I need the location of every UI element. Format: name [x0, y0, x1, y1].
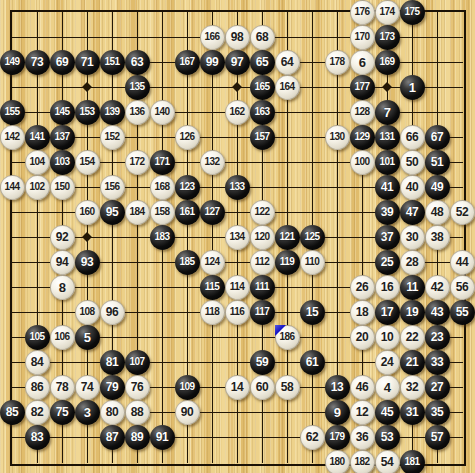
stone-white-108[interactable]: 108 [75, 300, 100, 325]
stone-white-140[interactable]: 140 [150, 100, 175, 125]
stone-black-181[interactable]: 181 [400, 450, 425, 473]
move-number-label: 180 [329, 457, 344, 467]
stone-white-66[interactable]: 66 [400, 125, 425, 150]
stone-white-184[interactable]: 184 [125, 200, 150, 225]
stone-white-142[interactable]: 142 [0, 125, 25, 150]
move-number-label: 62 [306, 431, 318, 443]
stone-white-58[interactable]: 58 [275, 375, 300, 400]
stone-white-144[interactable]: 144 [0, 175, 25, 200]
stone-white-118[interactable]: 118 [200, 300, 225, 325]
stone-black-95[interactable]: 95 [100, 200, 125, 225]
stone-white-128[interactable]: 128 [350, 100, 375, 125]
stone-white-38[interactable]: 38 [425, 225, 450, 250]
stone-white-16[interactable]: 16 [375, 275, 400, 300]
move-number-label: 119 [280, 257, 295, 267]
stone-white-154[interactable]: 154 [75, 150, 100, 175]
move-number-label: 33 [431, 356, 443, 368]
move-number-label: 131 [379, 132, 394, 142]
stone-black-163[interactable]: 163 [250, 100, 275, 125]
move-number-label: 47 [406, 206, 418, 218]
stone-black-57[interactable]: 57 [425, 425, 450, 450]
stone-white-14[interactable]: 14 [225, 375, 250, 400]
move-number-label: 54 [381, 456, 393, 468]
move-number-label: 149 [4, 57, 19, 67]
stone-black-39[interactable]: 39 [375, 200, 400, 225]
move-number-label: 108 [79, 307, 94, 317]
stone-black-97[interactable]: 97 [225, 50, 250, 75]
stone-white-114[interactable]: 114 [225, 275, 250, 300]
stone-white-172[interactable]: 172 [125, 150, 150, 175]
move-number-label: 140 [154, 107, 169, 117]
stone-white-186[interactable]: 186 [275, 325, 300, 350]
stone-black-13[interactable]: 13 [325, 375, 350, 400]
stone-white-50[interactable]: 50 [400, 150, 425, 175]
move-number-label: 121 [279, 232, 294, 242]
move-number-label: 96 [106, 306, 118, 318]
stone-white-4[interactable]: 4 [375, 375, 400, 400]
stone-black-109[interactable]: 109 [175, 375, 200, 400]
stone-white-178[interactable]: 178 [325, 50, 350, 75]
stone-black-125[interactable]: 125 [300, 225, 325, 250]
stone-black-133[interactable]: 133 [225, 175, 250, 200]
stone-black-75[interactable]: 75 [50, 400, 75, 425]
stone-white-54[interactable]: 54 [375, 450, 400, 473]
stone-white-32[interactable]: 32 [400, 375, 425, 400]
move-number-label: 51 [431, 156, 443, 168]
stone-black-63[interactable]: 63 [125, 50, 150, 75]
move-number-label: 116 [230, 307, 245, 317]
stone-black-175[interactable]: 175 [400, 0, 425, 25]
stone-black-145[interactable]: 145 [50, 100, 75, 125]
stone-black-65[interactable]: 65 [250, 50, 275, 75]
stone-white-68[interactable]: 68 [250, 25, 275, 50]
stone-black-91[interactable]: 91 [150, 425, 175, 450]
stone-black-23[interactable]: 23 [425, 325, 450, 350]
move-number-label: 63 [131, 56, 143, 68]
stone-white-46[interactable]: 46 [350, 375, 375, 400]
move-number-label: 118 [205, 307, 220, 317]
stone-black-161[interactable]: 161 [175, 200, 200, 225]
move-number-label: 127 [204, 207, 219, 217]
move-number-label: 66 [406, 131, 418, 143]
stone-white-80[interactable]: 80 [100, 400, 125, 425]
stone-black-169[interactable]: 169 [375, 50, 400, 75]
stone-black-79[interactable]: 79 [100, 375, 125, 400]
stone-white-78[interactable]: 78 [50, 375, 75, 400]
stone-white-60[interactable]: 60 [250, 375, 275, 400]
stone-black-123[interactable]: 123 [175, 175, 200, 200]
move-number-label: 45 [381, 406, 393, 418]
stone-white-6[interactable]: 6 [350, 50, 375, 75]
stone-white-168[interactable]: 168 [150, 175, 175, 200]
stone-black-43[interactable]: 43 [425, 300, 450, 325]
stone-black-59[interactable]: 59 [250, 350, 275, 375]
stone-black-73[interactable]: 73 [25, 50, 50, 75]
move-number-label: 109 [179, 382, 194, 392]
stone-black-135[interactable]: 135 [125, 75, 150, 100]
stone-white-130[interactable]: 130 [325, 125, 350, 150]
stone-white-156[interactable]: 156 [100, 175, 125, 200]
stone-white-48[interactable]: 48 [425, 200, 450, 225]
move-number-label: 183 [154, 232, 169, 242]
move-number-label: 55 [456, 306, 468, 318]
move-number-label: 19 [406, 306, 418, 318]
move-number-label: 177 [354, 82, 369, 92]
move-number-label: 56 [456, 281, 468, 293]
move-number-label: 120 [254, 232, 269, 242]
stone-black-139[interactable]: 139 [100, 100, 125, 125]
stone-black-103[interactable]: 103 [50, 150, 75, 175]
move-number-label: 23 [431, 331, 443, 343]
move-number-label: 126 [179, 132, 194, 142]
stone-white-52[interactable]: 52 [450, 200, 475, 225]
move-number-label: 139 [104, 107, 119, 117]
move-number-label: 65 [256, 56, 268, 68]
move-number-label: 163 [254, 107, 269, 117]
stone-black-129[interactable]: 129 [350, 125, 375, 150]
stone-black-85[interactable]: 85 [0, 400, 25, 425]
stone-black-25[interactable]: 25 [375, 250, 400, 275]
move-number-label: 86 [31, 381, 43, 393]
stone-white-40[interactable]: 40 [400, 175, 425, 200]
move-number-label: 145 [54, 107, 69, 117]
stone-black-33[interactable]: 33 [425, 350, 450, 375]
move-number-label: 17 [381, 306, 393, 318]
move-number-label: 181 [404, 457, 419, 467]
stone-white-24[interactable]: 24 [375, 350, 400, 375]
stone-white-94[interactable]: 94 [50, 250, 75, 275]
move-number-label: 103 [54, 157, 69, 167]
move-number-label: 114 [230, 282, 245, 292]
move-number-label: 11 [406, 281, 418, 293]
move-number-label: 84 [31, 356, 43, 368]
stone-black-141[interactable]: 141 [25, 125, 50, 150]
move-number-label: 102 [29, 182, 44, 192]
stone-black-105[interactable]: 105 [25, 325, 50, 350]
move-number-label: 129 [354, 132, 369, 142]
stone-white-30[interactable]: 30 [400, 225, 425, 250]
stone-white-84[interactable]: 84 [25, 350, 50, 375]
move-number-label: 136 [129, 107, 144, 117]
move-number-label: 154 [79, 157, 94, 167]
move-number-label: 9 [334, 406, 341, 419]
stone-black-21[interactable]: 21 [400, 350, 425, 375]
move-number-label: 37 [381, 231, 393, 243]
stone-black-131[interactable]: 131 [375, 125, 400, 150]
stone-white-166[interactable]: 166 [200, 25, 225, 50]
move-number-label: 137 [54, 132, 69, 142]
stone-black-127[interactable]: 127 [200, 200, 225, 225]
stone-white-44[interactable]: 44 [450, 250, 475, 275]
stone-white-62[interactable]: 62 [300, 425, 325, 450]
move-number-label: 130 [329, 132, 344, 142]
move-number-label: 166 [204, 32, 219, 42]
move-number-label: 87 [106, 431, 118, 443]
stone-black-45[interactable]: 45 [375, 400, 400, 425]
move-number-label: 101 [379, 157, 394, 167]
move-number-label: 15 [306, 306, 318, 318]
move-number-label: 74 [81, 381, 93, 393]
stone-white-150[interactable]: 150 [50, 175, 75, 200]
move-number-label: 64 [281, 56, 293, 68]
move-number-label: 156 [104, 182, 119, 192]
move-number-label: 174 [379, 7, 394, 17]
move-number-label: 67 [431, 131, 443, 143]
stone-black-157[interactable]: 157 [250, 125, 275, 150]
stone-white-42[interactable]: 42 [425, 275, 450, 300]
stone-white-132[interactable]: 132 [200, 150, 225, 175]
stone-black-27[interactable]: 27 [425, 375, 450, 400]
move-number-label: 158 [154, 207, 169, 217]
move-number-label: 179 [329, 432, 344, 442]
move-number-label: 20 [356, 331, 368, 343]
stone-black-151[interactable]: 151 [100, 50, 125, 75]
move-number-label: 97 [231, 56, 243, 68]
stone-white-8[interactable]: 8 [50, 275, 75, 300]
stone-black-31[interactable]: 31 [400, 400, 425, 425]
move-number-label: 7 [384, 106, 391, 119]
stone-white-96[interactable]: 96 [100, 300, 125, 325]
move-number-label: 42 [431, 281, 443, 293]
stone-black-67[interactable]: 67 [425, 125, 450, 150]
stone-white-74[interactable]: 74 [75, 375, 100, 400]
stone-white-124[interactable]: 124 [200, 250, 225, 275]
move-number-label: 83 [31, 431, 43, 443]
stone-black-117[interactable]: 117 [250, 300, 275, 325]
move-number-label: 106 [54, 332, 69, 342]
move-number-label: 173 [379, 32, 394, 42]
move-number-label: 4 [384, 381, 391, 394]
stone-black-171[interactable]: 171 [150, 150, 175, 175]
move-number-label: 104 [29, 157, 44, 167]
stone-white-64[interactable]: 64 [275, 50, 300, 75]
stone-white-100[interactable]: 100 [350, 150, 375, 175]
stone-white-176[interactable]: 176 [350, 0, 375, 25]
move-number-label: 10 [381, 331, 393, 343]
move-number-label: 168 [154, 182, 169, 192]
move-number-label: 100 [354, 157, 369, 167]
move-number-label: 112 [255, 257, 270, 267]
stone-black-37[interactable]: 37 [375, 225, 400, 250]
stone-black-83[interactable]: 83 [25, 425, 50, 450]
stone-white-174[interactable]: 174 [375, 0, 400, 25]
stone-black-111[interactable]: 111 [250, 275, 275, 300]
stone-black-115[interactable]: 115 [200, 275, 225, 300]
stone-white-110[interactable]: 110 [300, 250, 325, 275]
move-number-label: 25 [381, 256, 393, 268]
move-number-label: 5 [84, 331, 91, 344]
move-number-label: 39 [381, 206, 393, 218]
stone-black-121[interactable]: 121 [275, 225, 300, 250]
stone-black-173[interactable]: 173 [375, 25, 400, 50]
stone-white-162[interactable]: 162 [225, 100, 250, 125]
stone-black-99[interactable]: 99 [200, 50, 225, 75]
move-number-label: 50 [406, 156, 418, 168]
stone-black-71[interactable]: 71 [75, 50, 100, 75]
stone-white-28[interactable]: 28 [400, 250, 425, 275]
move-number-label: 41 [381, 181, 393, 193]
stone-black-69[interactable]: 69 [50, 50, 75, 75]
move-number-label: 30 [406, 231, 418, 243]
stone-black-87[interactable]: 87 [100, 425, 125, 450]
move-number-label: 95 [106, 206, 118, 218]
move-number-label: 80 [106, 406, 118, 418]
stone-black-41[interactable]: 41 [375, 175, 400, 200]
stone-white-36[interactable]: 36 [350, 425, 375, 450]
move-number-label: 172 [129, 157, 144, 167]
move-number-label: 167 [179, 57, 194, 67]
move-number-label: 58 [281, 381, 293, 393]
stone-black-53[interactable]: 53 [375, 425, 400, 450]
stone-black-153[interactable]: 153 [75, 100, 100, 125]
stone-white-126[interactable]: 126 [175, 125, 200, 150]
stone-black-55[interactable]: 55 [450, 300, 475, 325]
stone-white-90[interactable]: 90 [175, 400, 200, 425]
stone-black-1[interactable]: 1 [400, 75, 425, 100]
move-number-label: 35 [431, 406, 443, 418]
stone-white-120[interactable]: 120 [250, 225, 275, 250]
move-number-label: 73 [31, 56, 43, 68]
stone-black-61[interactable]: 61 [300, 350, 325, 375]
stone-white-20[interactable]: 20 [350, 325, 375, 350]
move-number-label: 107 [129, 357, 144, 367]
stone-white-136[interactable]: 136 [125, 100, 150, 125]
move-number-label: 22 [406, 331, 418, 343]
stone-black-185[interactable]: 185 [175, 250, 200, 275]
stone-white-82[interactable]: 82 [25, 400, 50, 425]
move-number-label: 36 [356, 431, 368, 443]
move-number-label: 61 [306, 356, 318, 368]
move-number-label: 117 [255, 307, 270, 317]
stone-white-18[interactable]: 18 [350, 300, 375, 325]
move-number-label: 60 [256, 381, 268, 393]
move-number-label: 89 [131, 431, 143, 443]
stone-white-180[interactable]: 180 [325, 450, 350, 473]
stone-white-106[interactable]: 106 [50, 325, 75, 350]
stone-white-86[interactable]: 86 [25, 375, 50, 400]
move-number-label: 176 [354, 7, 369, 17]
stone-black-93[interactable]: 93 [75, 250, 100, 275]
stone-white-182[interactable]: 182 [350, 450, 375, 473]
stone-black-177[interactable]: 177 [350, 75, 375, 100]
stone-black-149[interactable]: 149 [0, 50, 25, 75]
stone-black-81[interactable]: 81 [100, 350, 125, 375]
move-number-label: 16 [381, 281, 393, 293]
move-number-label: 170 [354, 32, 369, 42]
move-number-label: 32 [406, 381, 418, 393]
move-number-label: 184 [129, 207, 144, 217]
move-number-label: 125 [304, 232, 319, 242]
stone-white-98[interactable]: 98 [225, 25, 250, 50]
stone-black-101[interactable]: 101 [375, 150, 400, 175]
move-number-label: 92 [56, 231, 68, 243]
stone-black-35[interactable]: 35 [425, 400, 450, 425]
stone-white-88[interactable]: 88 [125, 400, 150, 425]
stone-white-104[interactable]: 104 [25, 150, 50, 175]
move-number-label: 155 [4, 107, 19, 117]
move-number-label: 135 [129, 82, 144, 92]
stone-white-122[interactable]: 122 [250, 200, 275, 225]
stone-white-170[interactable]: 170 [350, 25, 375, 50]
stone-black-17[interactable]: 17 [375, 300, 400, 325]
stone-black-155[interactable]: 155 [0, 100, 25, 125]
stone-black-179[interactable]: 179 [325, 425, 350, 450]
stone-white-160[interactable]: 160 [75, 200, 100, 225]
stone-white-102[interactable]: 102 [25, 175, 50, 200]
stone-white-56[interactable]: 56 [450, 275, 475, 300]
stone-black-119[interactable]: 119 [275, 250, 300, 275]
move-number-label: 8 [59, 281, 66, 294]
stone-black-167[interactable]: 167 [175, 50, 200, 75]
move-number-label: 152 [104, 132, 119, 142]
stone-white-158[interactable]: 158 [150, 200, 175, 225]
stone-white-152[interactable]: 152 [100, 125, 125, 150]
move-number-label: 40 [406, 181, 418, 193]
go-board[interactable]: 1761741751669868170173149736971151631679… [0, 0, 475, 473]
stone-black-49[interactable]: 49 [425, 175, 450, 200]
stone-black-15[interactable]: 15 [300, 300, 325, 325]
move-number-label: 48 [431, 206, 443, 218]
move-number-label: 90 [181, 406, 193, 418]
move-number-label: 144 [4, 182, 19, 192]
stone-black-7[interactable]: 7 [375, 100, 400, 125]
move-number-label: 49 [431, 181, 443, 193]
stone-white-76[interactable]: 76 [125, 375, 150, 400]
stone-white-164[interactable]: 164 [275, 75, 300, 100]
stone-black-137[interactable]: 137 [50, 125, 75, 150]
stone-black-5[interactable]: 5 [75, 325, 100, 350]
move-number-label: 52 [456, 206, 468, 218]
move-number-label: 178 [329, 57, 344, 67]
move-number-label: 186 [279, 332, 294, 342]
stone-white-22[interactable]: 22 [400, 325, 425, 350]
stone-black-3[interactable]: 3 [75, 400, 100, 425]
stone-white-10[interactable]: 10 [375, 325, 400, 350]
stone-black-107[interactable]: 107 [125, 350, 150, 375]
stone-white-116[interactable]: 116 [225, 300, 250, 325]
move-number-label: 150 [54, 182, 69, 192]
move-number-label: 38 [431, 231, 443, 243]
move-number-label: 53 [381, 431, 393, 443]
move-number-label: 124 [204, 257, 219, 267]
stone-black-51[interactable]: 51 [425, 150, 450, 175]
stone-black-11[interactable]: 11 [400, 275, 425, 300]
move-number-label: 161 [179, 207, 194, 217]
move-number-label: 78 [56, 381, 68, 393]
move-number-label: 13 [331, 381, 343, 393]
move-number-label: 99 [206, 56, 218, 68]
stone-black-183[interactable]: 183 [150, 225, 175, 250]
stone-black-165[interactable]: 165 [250, 75, 275, 100]
stone-black-89[interactable]: 89 [125, 425, 150, 450]
stone-white-12[interactable]: 12 [350, 400, 375, 425]
stone-black-9[interactable]: 9 [325, 400, 350, 425]
move-number-label: 69 [56, 56, 68, 68]
move-number-label: 59 [256, 356, 268, 368]
stone-white-26[interactable]: 26 [350, 275, 375, 300]
move-number-label: 85 [6, 406, 18, 418]
move-number-label: 18 [356, 306, 368, 318]
stone-white-134[interactable]: 134 [225, 225, 250, 250]
move-number-label: 46 [356, 381, 368, 393]
stone-black-47[interactable]: 47 [400, 200, 425, 225]
move-number-label: 132 [204, 157, 219, 167]
move-number-label: 93 [81, 256, 93, 268]
stone-white-112[interactable]: 112 [250, 250, 275, 275]
stone-white-92[interactable]: 92 [50, 225, 75, 250]
stone-black-19[interactable]: 19 [400, 300, 425, 325]
move-number-label: 153 [79, 107, 94, 117]
